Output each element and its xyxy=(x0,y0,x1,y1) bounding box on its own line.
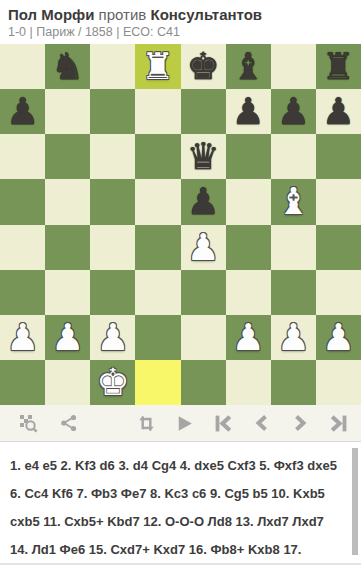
moves-text[interactable]: 1. e4 e5 2. Kf3 d6 3. d4 Cg4 4. dxe5 Cxf… xyxy=(10,458,337,557)
go-next-button[interactable] xyxy=(284,413,316,433)
moves-scrollbar[interactable] xyxy=(352,448,358,555)
flip-board-button[interactable] xyxy=(131,414,162,433)
square-d5[interactable] xyxy=(135,179,180,224)
white-pawn-icon[interactable]: ♟ xyxy=(51,315,84,360)
go-start-button[interactable] xyxy=(207,413,240,434)
chess-board[interactable]: ♞♜♚♝♜♟♟♟♟♛♟♝♟♟♟♟♟♟♟♚ xyxy=(0,44,361,405)
black-knight-icon[interactable]: ♞ xyxy=(51,44,84,89)
toolbar-right-group xyxy=(131,413,355,434)
game-subtitle: 1-0 | Париж / 1858 | ECO: C41 xyxy=(8,24,353,41)
square-f6[interactable] xyxy=(226,134,271,179)
square-d2[interactable] xyxy=(135,315,180,360)
square-g1[interactable] xyxy=(271,360,316,405)
square-b5[interactable] xyxy=(45,179,90,224)
square-g3[interactable] xyxy=(271,270,316,315)
black-pawn-icon[interactable]: ♟ xyxy=(322,89,355,134)
square-h8[interactable]: ♜ xyxy=(316,44,361,89)
black-pawn-icon[interactable]: ♟ xyxy=(6,89,39,134)
square-g7[interactable]: ♟ xyxy=(271,89,316,134)
square-h2[interactable]: ♟ xyxy=(316,315,361,360)
white-pawn-icon[interactable]: ♟ xyxy=(322,315,355,360)
square-g8[interactable] xyxy=(271,44,316,89)
black-bishop-icon[interactable]: ♝ xyxy=(232,44,265,89)
go-start-icon xyxy=(213,413,234,434)
black-pawn-icon[interactable]: ♟ xyxy=(186,179,219,224)
square-a8[interactable] xyxy=(0,44,45,89)
go-next-icon xyxy=(290,413,310,433)
play-button[interactable] xyxy=(168,413,201,434)
toolbar-left-group xyxy=(12,413,85,434)
square-e6[interactable]: ♛ xyxy=(181,134,226,179)
square-f2[interactable]: ♟ xyxy=(226,315,271,360)
analysis-board-icon xyxy=(18,413,39,434)
square-d8[interactable]: ♜ xyxy=(135,44,180,89)
square-b1[interactable] xyxy=(45,360,90,405)
white-player-name: Пол Морфи xyxy=(8,6,94,23)
square-d3[interactable] xyxy=(135,270,180,315)
square-a2[interactable]: ♟ xyxy=(0,315,45,360)
move-list-panel: 1. e4 e5 2. Kf3 d6 3. d4 Cg4 4. dxe5 Cxf… xyxy=(0,441,361,565)
square-c8[interactable] xyxy=(90,44,135,89)
go-previous-button[interactable] xyxy=(246,413,278,433)
square-d7[interactable] xyxy=(135,89,180,134)
square-a1[interactable] xyxy=(0,360,45,405)
square-b6[interactable] xyxy=(45,134,90,179)
square-f7[interactable]: ♟ xyxy=(226,89,271,134)
square-g6[interactable] xyxy=(271,134,316,179)
go-end-icon xyxy=(328,413,349,434)
share-icon xyxy=(59,413,79,433)
square-h4[interactable] xyxy=(316,225,361,270)
white-king-icon[interactable]: ♚ xyxy=(96,360,129,405)
square-a5[interactable] xyxy=(0,179,45,224)
viewer-toolbar xyxy=(0,405,361,441)
share-button[interactable] xyxy=(53,413,85,433)
square-c2[interactable]: ♟ xyxy=(90,315,135,360)
square-f1[interactable] xyxy=(226,360,271,405)
black-queen-icon[interactable]: ♛ xyxy=(186,134,219,179)
square-b4[interactable] xyxy=(45,225,90,270)
play-icon xyxy=(174,413,195,434)
square-h5[interactable] xyxy=(316,179,361,224)
go-previous-icon xyxy=(252,413,272,433)
square-e1[interactable] xyxy=(181,360,226,405)
square-c1[interactable]: ♚ xyxy=(90,360,135,405)
square-h1[interactable] xyxy=(316,360,361,405)
white-pawn-icon[interactable]: ♟ xyxy=(6,315,39,360)
square-e5[interactable]: ♟ xyxy=(181,179,226,224)
square-a3[interactable] xyxy=(0,270,45,315)
square-h3[interactable] xyxy=(316,270,361,315)
square-h6[interactable] xyxy=(316,134,361,179)
game-title: Пол Морфи против Консультантов xyxy=(8,5,353,24)
square-f4[interactable] xyxy=(226,225,271,270)
black-pawn-icon[interactable]: ♟ xyxy=(232,89,265,134)
square-b8[interactable]: ♞ xyxy=(45,44,90,89)
square-d6[interactable] xyxy=(135,134,180,179)
square-g4[interactable] xyxy=(271,225,316,270)
square-d1[interactable] xyxy=(135,360,180,405)
square-d4[interactable] xyxy=(135,225,180,270)
white-rook-icon[interactable]: ♜ xyxy=(141,44,174,89)
square-e3[interactable] xyxy=(181,270,226,315)
square-g2[interactable]: ♟ xyxy=(271,315,316,360)
game-header: Пол Морфи против Консультантов 1-0 | Пар… xyxy=(0,0,361,44)
flip-board-icon xyxy=(137,414,156,433)
square-g5[interactable]: ♝ xyxy=(271,179,316,224)
black-player-name: Консультантов xyxy=(150,6,262,23)
white-pawn-icon[interactable]: ♟ xyxy=(186,225,219,270)
square-b2[interactable]: ♟ xyxy=(45,315,90,360)
square-a6[interactable] xyxy=(0,134,45,179)
black-king-icon[interactable]: ♚ xyxy=(186,44,219,89)
square-a4[interactable] xyxy=(0,225,45,270)
square-c4[interactable] xyxy=(90,225,135,270)
white-pawn-icon[interactable]: ♟ xyxy=(232,315,265,360)
white-bishop-icon[interactable]: ♝ xyxy=(277,179,310,224)
square-f3[interactable] xyxy=(226,270,271,315)
vs-text: против xyxy=(99,6,147,23)
square-h7[interactable]: ♟ xyxy=(316,89,361,134)
square-f8[interactable]: ♝ xyxy=(226,44,271,89)
square-e8[interactable]: ♚ xyxy=(181,44,226,89)
square-b3[interactable] xyxy=(45,270,90,315)
square-c7[interactable] xyxy=(90,89,135,134)
white-pawn-icon[interactable]: ♟ xyxy=(277,315,310,360)
black-rook-icon[interactable]: ♜ xyxy=(322,44,355,89)
square-c6[interactable] xyxy=(90,134,135,179)
square-e2[interactable] xyxy=(181,315,226,360)
square-c3[interactable] xyxy=(90,270,135,315)
square-b7[interactable] xyxy=(45,89,90,134)
white-pawn-icon[interactable]: ♟ xyxy=(96,315,129,360)
square-e4[interactable]: ♟ xyxy=(181,225,226,270)
analysis-board-button[interactable] xyxy=(12,413,45,434)
go-end-button[interactable] xyxy=(322,413,355,434)
square-f5[interactable] xyxy=(226,179,271,224)
square-e7[interactable] xyxy=(181,89,226,134)
square-c5[interactable] xyxy=(90,179,135,224)
square-a7[interactable]: ♟ xyxy=(0,89,45,134)
black-pawn-icon[interactable]: ♟ xyxy=(277,89,310,134)
